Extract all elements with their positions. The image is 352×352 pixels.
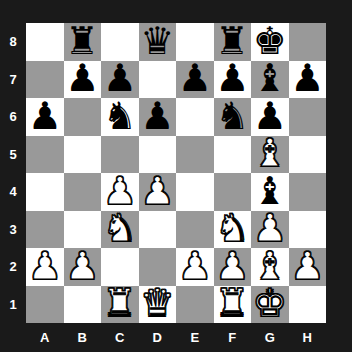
piece-white-pawn[interactable]: ♟ — [253, 209, 287, 247]
piece-white-rook[interactable]: ♜ — [215, 284, 249, 322]
square-b5[interactable] — [64, 136, 102, 174]
square-f6[interactable]: ♞ — [214, 98, 252, 136]
square-h2[interactable]: ♟ — [289, 248, 327, 286]
piece-black-bishop[interactable]: ♝ — [253, 172, 287, 210]
square-a4[interactable] — [26, 173, 64, 211]
square-a5[interactable] — [26, 136, 64, 174]
square-g7[interactable]: ♝ — [251, 61, 289, 99]
square-d5[interactable] — [139, 136, 177, 174]
piece-black-pawn[interactable]: ♟ — [253, 97, 287, 135]
piece-white-pawn[interactable]: ♟ — [103, 172, 137, 210]
square-c8[interactable] — [101, 23, 139, 61]
piece-black-pawn[interactable]: ♟ — [65, 59, 99, 97]
square-g5[interactable]: ♝ — [251, 136, 289, 174]
square-g8[interactable]: ♚ — [251, 23, 289, 61]
square-g4[interactable]: ♝ — [251, 173, 289, 211]
square-a3[interactable] — [26, 211, 64, 249]
square-e3[interactable] — [176, 211, 214, 249]
square-b7[interactable]: ♟ — [64, 61, 102, 99]
square-e5[interactable] — [176, 136, 214, 174]
board: ♜♛♜♚♟♟♟♟♝♟♟♞♟♞♟♝♟♟♝♞♞♟♟♟♟♟♝♟♜♛♜♚ — [26, 23, 326, 323]
file-label-b: B — [64, 323, 102, 352]
square-g6[interactable]: ♟ — [251, 98, 289, 136]
square-a6[interactable]: ♟ — [26, 98, 64, 136]
piece-black-queen[interactable]: ♛ — [140, 22, 174, 60]
square-e8[interactable] — [176, 23, 214, 61]
square-d7[interactable] — [139, 61, 177, 99]
square-c1[interactable]: ♜ — [101, 286, 139, 324]
file-label-c: C — [101, 323, 139, 352]
rank-label-8: 8 — [0, 23, 26, 61]
square-f8[interactable]: ♜ — [214, 23, 252, 61]
piece-white-rook[interactable]: ♜ — [103, 284, 137, 322]
square-h6[interactable] — [289, 98, 327, 136]
square-b2[interactable]: ♟ — [64, 248, 102, 286]
piece-black-pawn[interactable]: ♟ — [215, 59, 249, 97]
square-f7[interactable]: ♟ — [214, 61, 252, 99]
square-f4[interactable] — [214, 173, 252, 211]
square-f2[interactable]: ♟ — [214, 248, 252, 286]
piece-white-queen[interactable]: ♛ — [140, 284, 174, 322]
square-h4[interactable] — [289, 173, 327, 211]
rank-label-7: 7 — [0, 61, 26, 99]
square-b6[interactable] — [64, 98, 102, 136]
rank-label-5: 5 — [0, 136, 26, 174]
square-h5[interactable] — [289, 136, 327, 174]
rank-label-2: 2 — [0, 248, 26, 286]
file-label-f: F — [214, 323, 252, 352]
piece-black-king[interactable]: ♚ — [253, 22, 287, 60]
square-g2[interactable]: ♝ — [251, 248, 289, 286]
piece-white-pawn[interactable]: ♟ — [178, 247, 212, 285]
square-d8[interactable]: ♛ — [139, 23, 177, 61]
square-e1[interactable] — [176, 286, 214, 324]
piece-black-pawn[interactable]: ♟ — [290, 59, 324, 97]
piece-black-rook[interactable]: ♜ — [65, 22, 99, 60]
square-d2[interactable] — [139, 248, 177, 286]
rank-label-3: 3 — [0, 211, 26, 249]
square-e4[interactable] — [176, 173, 214, 211]
square-h1[interactable] — [289, 286, 327, 324]
piece-white-knight[interactable]: ♞ — [215, 209, 249, 247]
square-a2[interactable]: ♟ — [26, 248, 64, 286]
rank-label-4: 4 — [0, 173, 26, 211]
file-label-d: D — [139, 323, 177, 352]
square-d4[interactable]: ♟ — [139, 173, 177, 211]
square-c4[interactable]: ♟ — [101, 173, 139, 211]
square-e6[interactable] — [176, 98, 214, 136]
square-f5[interactable] — [214, 136, 252, 174]
piece-white-pawn[interactable]: ♟ — [215, 247, 249, 285]
chess-diagram: 87654321 ♜♛♜♚♟♟♟♟♝♟♟♞♟♞♟♝♟♟♝♞♞♟♟♟♟♟♝♟♜♛♜… — [0, 0, 352, 352]
rank-label-1: 1 — [0, 286, 26, 324]
square-a8[interactable] — [26, 23, 64, 61]
square-a7[interactable] — [26, 61, 64, 99]
file-label-g: G — [251, 323, 289, 352]
rank-labels: 87654321 — [0, 23, 26, 323]
file-label-e: E — [176, 323, 214, 352]
piece-black-rook[interactable]: ♜ — [215, 22, 249, 60]
piece-white-pawn[interactable]: ♟ — [28, 247, 62, 285]
piece-black-pawn[interactable]: ♟ — [28, 97, 62, 135]
piece-black-bishop[interactable]: ♝ — [253, 59, 287, 97]
square-c5[interactable] — [101, 136, 139, 174]
square-b8[interactable]: ♜ — [64, 23, 102, 61]
square-c6[interactable]: ♞ — [101, 98, 139, 136]
square-d6[interactable]: ♟ — [139, 98, 177, 136]
piece-white-king[interactable]: ♚ — [253, 284, 287, 322]
square-b4[interactable] — [64, 173, 102, 211]
file-label-a: A — [26, 323, 64, 352]
piece-white-bishop[interactable]: ♝ — [253, 247, 287, 285]
square-b3[interactable] — [64, 211, 102, 249]
square-d3[interactable] — [139, 211, 177, 249]
piece-black-knight[interactable]: ♞ — [103, 97, 137, 135]
square-c2[interactable] — [101, 248, 139, 286]
piece-white-pawn[interactable]: ♟ — [65, 247, 99, 285]
piece-black-pawn[interactable]: ♟ — [140, 97, 174, 135]
square-c3[interactable]: ♞ — [101, 211, 139, 249]
square-d1[interactable]: ♛ — [139, 286, 177, 324]
square-e2[interactable]: ♟ — [176, 248, 214, 286]
piece-white-pawn[interactable]: ♟ — [140, 172, 174, 210]
rank-label-6: 6 — [0, 98, 26, 136]
piece-black-knight[interactable]: ♞ — [215, 97, 249, 135]
file-labels: ABCDEFGH — [26, 323, 326, 352]
square-h8[interactable] — [289, 23, 327, 61]
piece-black-pawn[interactable]: ♟ — [103, 59, 137, 97]
square-g3[interactable]: ♟ — [251, 211, 289, 249]
square-f3[interactable]: ♞ — [214, 211, 252, 249]
square-c7[interactable]: ♟ — [101, 61, 139, 99]
piece-white-bishop[interactable]: ♝ — [253, 134, 287, 172]
square-h3[interactable] — [289, 211, 327, 249]
square-b1[interactable] — [64, 286, 102, 324]
piece-white-pawn[interactable]: ♟ — [290, 247, 324, 285]
file-label-h: H — [289, 323, 327, 352]
piece-black-pawn[interactable]: ♟ — [178, 59, 212, 97]
square-e7[interactable]: ♟ — [176, 61, 214, 99]
piece-white-knight[interactable]: ♞ — [103, 209, 137, 247]
square-a1[interactable] — [26, 286, 64, 324]
square-f1[interactable]: ♜ — [214, 286, 252, 324]
square-g1[interactable]: ♚ — [251, 286, 289, 324]
square-h7[interactable]: ♟ — [289, 61, 327, 99]
